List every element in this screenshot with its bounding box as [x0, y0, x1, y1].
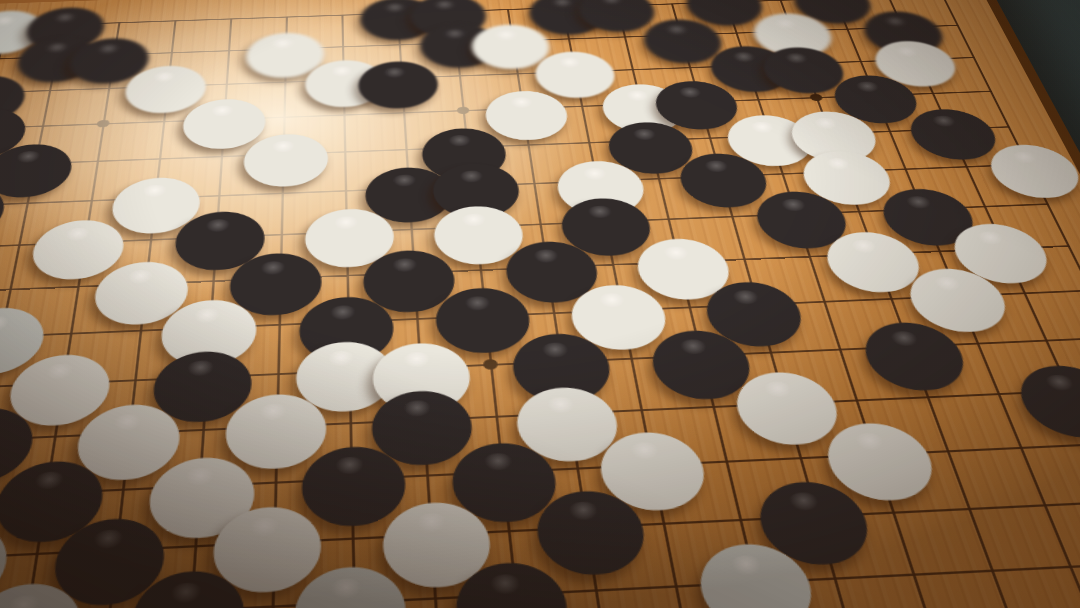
stone-gloss-highlight — [930, 115, 957, 127]
stone-gloss-highlight — [249, 518, 279, 538]
stone-gloss-highlight — [598, 293, 626, 308]
stone-gloss-highlight — [629, 442, 660, 460]
stone-gloss-highlight — [600, 0, 623, 5]
stone-gloss-highlight — [784, 53, 809, 64]
stone-gloss-highlight — [403, 400, 432, 417]
stone-gloss-highlight — [331, 66, 353, 77]
stone-gloss-highlight — [541, 342, 570, 358]
stone-gloss-highlight — [825, 158, 852, 170]
stone-gloss-highlight — [812, 118, 839, 130]
stone-gloss-highlight — [0, 16, 16, 26]
stone-gloss-highlight — [762, 381, 793, 398]
stone-gloss-highlight — [392, 258, 418, 272]
stone-gloss-highlight — [749, 121, 775, 133]
stone-gloss-highlight — [632, 129, 657, 141]
stone-gloss-highlight — [853, 433, 886, 451]
stone-gloss-highlight — [932, 276, 963, 291]
stone-black[interactable]: ● — [368, 62, 428, 98]
stone-gloss-highlight — [677, 87, 702, 98]
stone-gloss-highlight — [0, 316, 10, 331]
stone-gloss-highlight — [854, 81, 880, 92]
stone-gloss-highlight — [210, 105, 233, 117]
stone-black[interactable]: ● — [1021, 366, 1080, 421]
stone-gloss-highlight — [483, 453, 513, 471]
photo-frame: ●●●●●●●●●●●●●●●●●●●●●●●●●●●●●●●●●●●●●●●●… — [0, 0, 1080, 608]
stone-gloss-highlight — [45, 43, 69, 53]
stone-gloss-highlight — [444, 29, 466, 39]
stone-gloss-highlight — [126, 270, 153, 285]
stone-gloss-highlight — [330, 578, 361, 599]
stone-gloss-highlight — [495, 30, 518, 40]
stone-gloss-highlight — [384, 3, 405, 13]
stone-black[interactable]: ● — [145, 571, 231, 608]
stone-gloss-highlight — [335, 456, 364, 474]
stone-gloss-highlight — [551, 0, 574, 8]
stone-gloss-highlight — [558, 57, 582, 68]
stone-gloss-highlight — [392, 174, 417, 187]
stone-gloss-highlight — [169, 582, 201, 603]
stone-gloss-highlight — [729, 555, 763, 576]
stone-gloss-highlight — [142, 185, 167, 198]
stone-gloss-highlight — [15, 151, 41, 163]
stone-gloss-highlight — [586, 205, 613, 218]
stone-black[interactable]: ● — [868, 323, 955, 375]
stone-gloss-highlight — [779, 199, 807, 212]
stone-gloss-highlight — [731, 290, 760, 305]
stone-gloss-highlight — [662, 246, 690, 260]
stone-gloss-highlight — [546, 397, 576, 414]
stones-layer: ●●●●●●●●●●●●●●●●●●●●●●●●●●●●●●●●●●●●●●●●… — [0, 0, 1080, 608]
stone-gloss-highlight — [459, 170, 484, 183]
stone-gloss-highlight — [773, 19, 797, 29]
stone-gloss-highlight — [416, 513, 447, 533]
stone-gloss-highlight — [509, 97, 533, 108]
stone-gloss-highlight — [112, 414, 142, 431]
go-board[interactable]: ●●●●●●●●●●●●●●●●●●●●●●●●●●●●●●●●●●●●●●●●… — [0, 0, 1080, 608]
stone-gloss-highlight — [92, 529, 124, 549]
stone-gloss-highlight — [64, 227, 91, 241]
stone-gloss-highlight — [33, 471, 65, 490]
stone-gloss-highlight — [97, 44, 120, 55]
stone-gloss-highlight — [703, 160, 730, 172]
stone-gloss-highlight — [6, 595, 40, 608]
stone-gloss-highlight — [678, 339, 708, 355]
stone-gloss-highlight — [787, 492, 821, 511]
stone-gloss-highlight — [532, 249, 559, 263]
stone-gloss-highlight — [489, 574, 521, 595]
stone-gloss-highlight — [975, 231, 1005, 245]
stone-white[interactable]: ● — [992, 145, 1072, 186]
stone-gloss-highlight — [334, 216, 359, 230]
stone-gloss-highlight — [259, 404, 287, 421]
stone-gloss-highlight — [383, 67, 406, 78]
stone-gloss-highlight — [271, 38, 293, 48]
stone-gloss-highlight — [327, 351, 354, 367]
stone-gloss-highlight — [849, 239, 878, 253]
stone-gloss-highlight — [152, 72, 175, 83]
stone-white[interactable]: ● — [254, 134, 316, 174]
stone-gloss-highlight — [193, 308, 220, 323]
stone-gloss-highlight — [665, 25, 689, 35]
stone-gloss-highlight — [205, 219, 230, 233]
stone-gloss-highlight — [1010, 151, 1039, 163]
stone-gloss-highlight — [894, 47, 920, 58]
stone-gloss-highlight — [464, 296, 491, 311]
stone-white[interactable]: ● — [0, 584, 71, 608]
stone-gloss-highlight — [567, 501, 599, 520]
stone-gloss-highlight — [1043, 374, 1077, 391]
stone-gloss-highlight — [271, 141, 295, 153]
stone-gloss-highlight — [461, 213, 487, 226]
stone-gloss-highlight — [44, 363, 74, 379]
stone-gloss-highlight — [888, 331, 919, 347]
stone-gloss-highlight — [260, 261, 286, 275]
stone-gloss-highlight — [186, 360, 214, 376]
